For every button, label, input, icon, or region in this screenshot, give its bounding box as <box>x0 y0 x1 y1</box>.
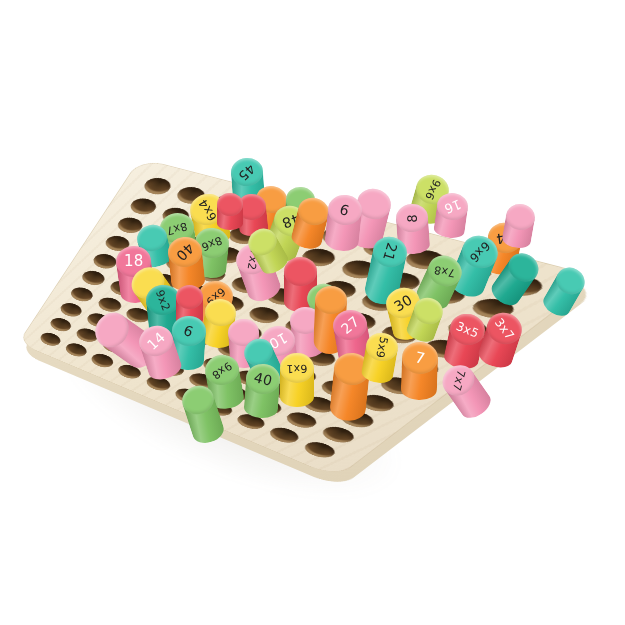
peg-label: 3x7 <box>492 315 516 341</box>
peg-7[interactable]: 7 <box>401 341 439 400</box>
peg-top-face <box>176 285 203 309</box>
peg-top-face: 6x1 <box>280 353 314 383</box>
peg-label: 45 <box>236 161 257 182</box>
peg-label: 7x8 <box>433 264 456 279</box>
peg-6x1[interactable]: 6x1 <box>280 353 314 407</box>
peg-label: 6x4 <box>196 196 219 222</box>
peg-label: 8 <box>405 214 418 223</box>
multiplication-pegboard-scene: 459x61686x48x78x64862440186x67x87x2216x9… <box>0 0 625 625</box>
peg-label: 16 <box>442 197 463 215</box>
peg-label: 18 <box>123 254 143 269</box>
peg-label: 9x2 <box>154 288 172 312</box>
peg-label: 30 <box>391 292 414 314</box>
peg[interactable] <box>217 193 243 230</box>
peg-label: 14 <box>144 330 167 353</box>
peg-label: 6x6 <box>468 239 493 264</box>
peg-label: 40 <box>174 241 197 264</box>
peg[interactable] <box>500 202 536 250</box>
peg-label: 40 <box>252 370 273 388</box>
peg-label: 3x5 <box>454 319 480 339</box>
peg-label: 6 <box>339 202 352 218</box>
peg-pile: 459x61686x48x78x64862440186x67x87x2216x9… <box>0 0 625 625</box>
peg-label: 8x6 <box>200 234 224 252</box>
peg-label: 21 <box>381 241 400 263</box>
peg[interactable] <box>539 262 589 320</box>
peg-label: 6 <box>182 323 195 339</box>
peg-label: 7 <box>414 350 427 367</box>
peg-6[interactable]: 6 <box>324 193 364 252</box>
peg-label: 6x1 <box>286 362 308 374</box>
peg-top-face <box>217 193 243 216</box>
peg-label: 9x8 <box>210 359 234 380</box>
peg-40[interactable]: 40 <box>243 363 281 419</box>
peg-label: 8x7 <box>165 220 189 236</box>
peg-7x7[interactable]: 7x7 <box>436 359 495 423</box>
peg-label: 7x7 <box>450 368 466 392</box>
peg-label: 27 <box>338 314 361 337</box>
peg-label: 5x9 <box>374 335 389 358</box>
peg-16[interactable]: 16 <box>432 190 469 239</box>
